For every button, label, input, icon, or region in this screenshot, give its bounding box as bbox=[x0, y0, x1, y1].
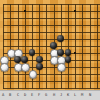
black-stone[interactable] bbox=[14, 56, 21, 63]
column-label: A bbox=[2, 93, 4, 97]
column-label: J bbox=[60, 93, 62, 97]
hoshi-dot bbox=[74, 52, 76, 54]
grid-line-horizontal bbox=[3, 39, 100, 40]
grid-line-horizontal bbox=[3, 4, 100, 5]
column-label: M bbox=[81, 93, 83, 97]
white-stone[interactable] bbox=[0, 63, 9, 72]
column-label: H bbox=[52, 93, 54, 97]
black-stone[interactable] bbox=[50, 42, 57, 49]
grid-line-horizontal bbox=[3, 18, 100, 19]
hoshi-dot bbox=[74, 10, 76, 12]
column-label: K bbox=[67, 93, 69, 97]
column-label: G bbox=[45, 93, 47, 97]
grid-line-horizontal bbox=[3, 32, 100, 33]
column-label: F bbox=[38, 93, 40, 97]
grid-line-horizontal bbox=[3, 81, 100, 82]
column-label: B bbox=[9, 93, 11, 97]
column-label: E bbox=[31, 93, 33, 97]
column-label: N bbox=[88, 93, 90, 97]
column-label: C bbox=[16, 93, 18, 97]
coordinate-label-strip: ABCDEFGHJKLMN bbox=[0, 90, 100, 100]
white-stone[interactable] bbox=[29, 70, 38, 79]
column-label: L bbox=[74, 93, 76, 97]
black-stone[interactable] bbox=[36, 56, 43, 63]
grid-line-horizontal bbox=[3, 74, 100, 75]
go-app-window: ABCDEFGHJKLMN bbox=[0, 0, 100, 100]
hoshi-dot bbox=[24, 10, 26, 12]
column-label: D bbox=[24, 93, 26, 97]
grid-line-horizontal bbox=[3, 11, 100, 12]
grid-line-horizontal bbox=[3, 88, 100, 89]
grid-line-horizontal bbox=[3, 25, 100, 26]
black-stone[interactable] bbox=[36, 63, 43, 70]
